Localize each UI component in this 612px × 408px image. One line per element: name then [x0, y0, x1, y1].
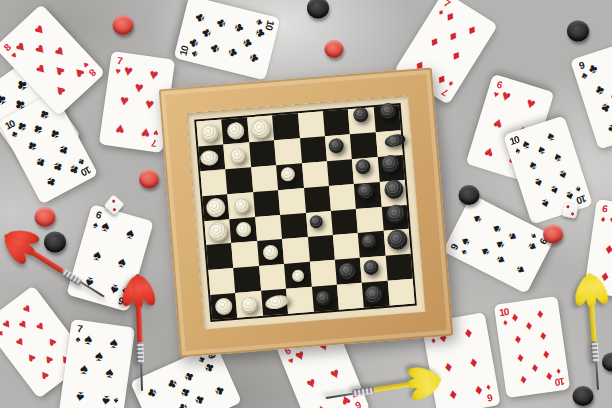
dart-needle-tip [80, 281, 105, 298]
yellow-dart [574, 272, 612, 392]
scene: 7♣7♣♣♣♣♣♣♣♣10♣10♣♣♣♣♣♣♣♣♣♣♣8♥8♥♥♥♥♥♥♥♥♥7… [0, 0, 612, 408]
dart-barrel [352, 387, 375, 397]
dart-barrel [591, 341, 600, 363]
dart-needle-tip [595, 362, 599, 390]
dart-barrel [137, 342, 145, 364]
dart-shaft [590, 305, 598, 343]
yellow-dart [322, 364, 444, 408]
dart-needle-tip [140, 363, 143, 391]
darts-layer [0, 0, 612, 408]
dart-shaft [137, 306, 143, 344]
red-dart [122, 273, 158, 392]
dart-shaft [372, 382, 410, 393]
dart-shaft [31, 250, 66, 274]
red-dart [0, 221, 114, 311]
dart-needle-tip [325, 392, 353, 399]
